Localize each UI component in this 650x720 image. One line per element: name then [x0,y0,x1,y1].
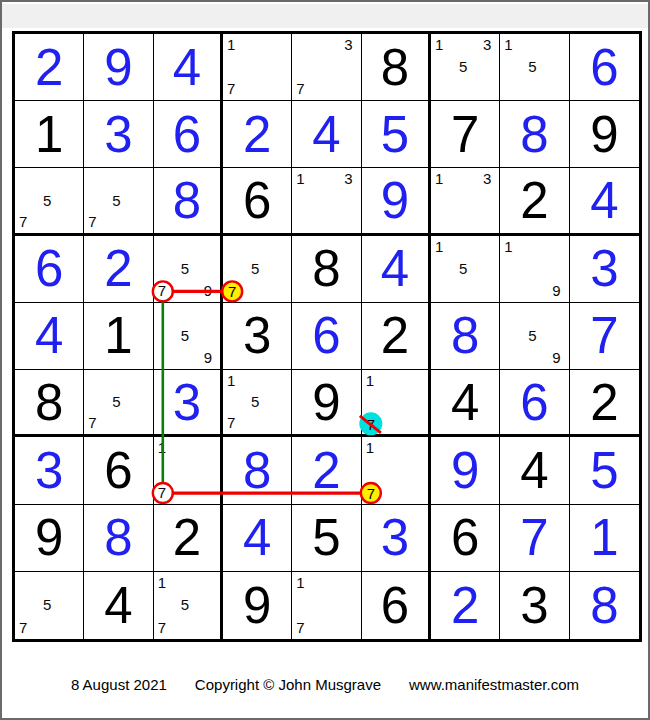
cell-r5c5[interactable]: 6 [292,303,361,370]
cell-r8c4[interactable]: 4 [223,505,292,572]
candidates-r1c4: 17 [223,34,291,100]
solved-digit-r4c9: 3 [590,243,618,294]
given-digit-r4c5: 8 [312,243,340,294]
cell-r2c2[interactable]: 3 [84,101,153,168]
cell-r3c1[interactable]: 57 [15,168,84,235]
cell-r4c8[interactable]: 19 [500,236,569,303]
cell-r9c6[interactable]: 6 [362,572,431,639]
given-digit-r6c7: 4 [451,377,479,428]
pencil-mark-7-r9c5: 7 [296,620,304,635]
pencil-mark-3-r3c5: 3 [344,171,352,186]
pencil-mark-7-r4c3: 7 [158,283,166,298]
solved-digit-r8c8: 7 [520,512,548,563]
pencil-mark-1-r9c3: 1 [158,575,166,590]
candidates-r6c6: 17 [362,370,428,434]
given-digit-r8c7: 6 [451,512,479,563]
given-digit-r3c8: 2 [520,175,548,226]
cell-r8c5[interactable]: 5 [292,505,361,572]
candidates-r4c7: 15 [431,236,499,302]
candidates-r4c4: 57 [223,236,291,302]
given-digit-r5c2: 1 [104,310,132,361]
pencil-mark-5-r4c3: 5 [181,261,189,276]
pencil-mark-5-r9c3: 5 [181,597,189,612]
cell-r6c3[interactable]: 3 [154,370,223,437]
cell-r4c6[interactable]: 4 [362,236,431,303]
cell-r2c4[interactable]: 2 [223,101,292,168]
candidates-r3c1: 57 [15,168,83,232]
cell-r8c1[interactable]: 9 [15,505,84,572]
cell-r4c7[interactable]: 15 [431,236,500,303]
solved-digit-r2c3: 6 [173,109,201,160]
candidates-r3c5: 13 [292,168,360,232]
cell-r7c8[interactable]: 4 [500,437,569,504]
solved-digit-r8c9: 1 [590,512,618,563]
cell-r5c6[interactable]: 2 [362,303,431,370]
candidates-r9c1: 57 [15,572,83,639]
cell-r9c5[interactable]: 17 [292,572,361,639]
candidates-r4c3: 579 [154,236,220,302]
given-digit-r6c1: 8 [35,377,63,428]
solved-digit-r8c6: 3 [381,512,409,563]
cell-r2c6[interactable]: 5 [362,101,431,168]
cell-r3c4[interactable]: 6 [223,168,292,235]
cell-r9c4[interactable]: 9 [223,572,292,639]
cell-r1c8[interactable]: 15 [500,34,569,101]
cell-r6c7[interactable]: 4 [431,370,500,437]
pencil-mark-7-r1c5: 7 [296,81,304,96]
pencil-mark-1-r4c8: 1 [504,239,512,254]
solved-digit-r6c3: 3 [173,377,201,428]
solved-digit-r4c6: 4 [381,243,409,294]
pencil-mark-1-r7c3: 1 [158,440,166,455]
pencil-mark-9-r4c8: 9 [552,283,560,298]
pencil-mark-7-r3c2: 7 [88,214,96,229]
cell-r5c3[interactable]: 59 [154,303,223,370]
cell-r1c4[interactable]: 17 [223,34,292,101]
cell-r2c9[interactable]: 9 [570,101,639,168]
candidates-r7c6: 17 [362,437,428,503]
cell-r4c1[interactable]: 6 [15,236,84,303]
given-digit-r1c6: 8 [381,42,409,93]
cell-r1c2[interactable]: 9 [84,34,153,101]
solved-digit-r5c9: 7 [590,310,618,361]
footer-caption: 8 August 2021 Copyright © John Musgrave … [2,676,648,693]
solved-digit-r1c1: 2 [35,42,63,93]
pencil-mark-1-r1c8: 1 [504,37,512,52]
pencil-mark-7-r1c4: 7 [227,81,235,96]
cell-r5c2[interactable]: 1 [84,303,153,370]
pencil-mark-5-r1c7: 5 [459,59,467,74]
given-digit-r7c2: 6 [104,445,132,496]
solved-digit-r2c6: 5 [381,109,409,160]
given-digit-r2c7: 7 [451,109,479,160]
cell-r8c8[interactable]: 7 [500,505,569,572]
pencil-mark-7-r3c1: 7 [19,214,27,229]
solved-digit-r7c1: 3 [35,445,63,496]
pencil-mark-7-r7c6: 7 [366,485,374,500]
pencil-mark-1-r4c7: 1 [435,239,443,254]
cell-r6c8[interactable]: 6 [500,370,569,437]
solved-digit-r2c2: 3 [104,109,132,160]
pencil-mark-7-r6c6: 7 [366,415,374,430]
pencil-mark-7-r6c4: 7 [227,415,235,430]
solved-digit-r3c3: 8 [173,175,201,226]
cell-r9c1[interactable]: 57 [15,572,84,639]
candidates-r3c7: 13 [431,168,499,232]
solved-digit-r5c1: 4 [35,310,63,361]
cell-r1c5[interactable]: 37 [292,34,361,101]
cell-r3c3[interactable]: 8 [154,168,223,235]
given-digit-r7c8: 4 [520,445,548,496]
given-digit-r2c1: 1 [35,109,63,160]
solved-digit-r7c5: 2 [312,445,340,496]
candidates-r1c5: 37 [292,34,360,100]
solved-digit-r9c9: 8 [590,580,618,631]
solved-digit-r7c4: 8 [243,445,271,496]
solved-digit-r4c1: 6 [35,243,63,294]
pencil-mark-1-r1c4: 1 [227,37,235,52]
cell-r8c2[interactable]: 8 [84,505,153,572]
cell-r9c2[interactable]: 4 [84,572,153,639]
pencil-mark-7-r6c2: 7 [88,415,96,430]
pencil-mark-1-r9c5: 1 [296,575,304,590]
cell-r5c8[interactable]: 59 [500,303,569,370]
pencil-mark-7-r9c3: 7 [158,620,166,635]
solved-digit-r9c7: 2 [451,580,479,631]
pencil-mark-5-r5c3: 5 [181,328,189,343]
cell-r3c9[interactable]: 4 [570,168,639,235]
pencil-mark-5-r4c4: 5 [251,261,259,276]
pencil-mark-1-r3c5: 1 [296,171,304,186]
cell-r1c1[interactable]: 2 [15,34,84,101]
given-digit-r2c9: 9 [590,109,618,160]
candidates-r5c8: 59 [500,303,568,369]
pencil-mark-3-r3c7: 3 [483,171,491,186]
solved-digit-r7c7: 9 [451,445,479,496]
pencil-mark-1-r6c6: 1 [366,373,374,388]
pencil-mark-9-r5c8: 9 [552,350,560,365]
cell-r2c5[interactable]: 4 [292,101,361,168]
pencil-mark-1-r1c7: 1 [435,37,443,52]
footer-website: www.manifestmaster.com [409,676,579,693]
cell-r7c6[interactable]: 17 [362,437,431,504]
cell-r2c3[interactable]: 6 [154,101,223,168]
cell-r8c3[interactable]: 2 [154,505,223,572]
cell-r8c7[interactable]: 6 [431,505,500,572]
solved-digit-r8c2: 8 [104,512,132,563]
solved-digit-r6c8: 6 [520,377,548,428]
solved-digit-r5c7: 8 [451,310,479,361]
given-digit-r3c4: 6 [243,175,271,226]
pencil-mark-1-r6c4: 1 [227,373,235,388]
solved-digit-r1c3: 4 [173,42,201,93]
sudoku-board: 2941737813515613624578957578613913246257… [12,31,642,642]
cell-r5c4[interactable]: 3 [223,303,292,370]
cell-r1c3[interactable]: 4 [154,34,223,101]
cell-r3c6[interactable]: 9 [362,168,431,235]
cell-r5c1[interactable]: 4 [15,303,84,370]
pencil-mark-3-r1c7: 3 [483,37,491,52]
pencil-mark-9-r5c3: 9 [204,350,212,365]
cell-r7c1[interactable]: 3 [15,437,84,504]
solved-digit-r1c9: 6 [590,42,618,93]
candidates-r5c3: 59 [154,303,220,369]
given-digit-r8c1: 9 [35,512,63,563]
candidates-r6c4: 157 [223,370,291,434]
pencil-mark-1-r3c7: 1 [435,171,443,186]
pencil-mark-5-r3c2: 5 [112,193,120,208]
pencil-mark-5-r6c2: 5 [112,394,120,409]
cell-r9c3[interactable]: 157 [154,572,223,639]
candidates-r4c8: 19 [500,236,568,302]
solved-digit-r8c4: 4 [243,512,271,563]
pencil-mark-5-r4c7: 5 [459,261,467,276]
pencil-mark-5-r6c4: 5 [251,394,259,409]
pencil-mark-1-r7c6: 1 [366,440,374,455]
cell-r6c4[interactable]: 157 [223,370,292,437]
cell-r7c3[interactable]: 17 [154,437,223,504]
given-digit-r5c4: 3 [243,310,271,361]
pencil-mark-7-r7c3: 7 [158,485,166,500]
cell-r5c9[interactable]: 7 [570,303,639,370]
cell-r6c9[interactable]: 2 [570,370,639,437]
cell-r3c5[interactable]: 13 [292,168,361,235]
given-digit-r9c6: 6 [381,580,409,631]
cell-r6c1[interactable]: 8 [15,370,84,437]
candidates-r1c8: 15 [500,34,568,100]
candidates-r9c3: 157 [154,572,220,639]
pencil-mark-3-r1c5: 3 [344,37,352,52]
cell-r9c7[interactable]: 2 [431,572,500,639]
solved-digit-r3c9: 4 [590,175,618,226]
cell-r7c2[interactable]: 6 [84,437,153,504]
cell-r2c8[interactable]: 8 [500,101,569,168]
cell-r9c9[interactable]: 8 [570,572,639,639]
candidates-r7c3: 17 [154,437,220,503]
cell-r8c9[interactable]: 1 [570,505,639,572]
candidates-r1c7: 135 [431,34,499,100]
cell-r4c2[interactable]: 2 [84,236,153,303]
cell-r2c1[interactable]: 1 [15,101,84,168]
sudoku-page: 2941737813515613624578957578613913246257… [0,0,650,720]
cell-r4c9[interactable]: 3 [570,236,639,303]
pencil-mark-5-r1c8: 5 [528,59,536,74]
candidates-r9c5: 17 [292,572,360,639]
cell-r3c7[interactable]: 13 [431,168,500,235]
pencil-mark-7-r9c1: 7 [19,620,27,635]
given-digit-r8c3: 2 [173,512,201,563]
cell-r1c6[interactable]: 8 [362,34,431,101]
given-digit-r9c2: 4 [104,580,132,631]
cell-r7c5[interactable]: 2 [292,437,361,504]
cell-r2c7[interactable]: 7 [431,101,500,168]
cell-r6c5[interactable]: 9 [292,370,361,437]
solved-digit-r5c5: 6 [312,310,340,361]
cell-r1c7[interactable]: 135 [431,34,500,101]
pencil-mark-5-r9c1: 5 [43,597,51,612]
header-band [2,4,648,28]
given-digit-r6c5: 9 [312,377,340,428]
cell-r4c5[interactable]: 8 [292,236,361,303]
footer-copyright: Copyright © John Musgrave [195,676,381,693]
cell-r6c2[interactable]: 57 [84,370,153,437]
cell-r4c3[interactable]: 579 [154,236,223,303]
candidates-r3c2: 57 [84,168,152,232]
given-digit-r8c5: 5 [312,512,340,563]
solved-digit-r2c4: 2 [243,109,271,160]
solved-digit-r3c6: 9 [381,175,409,226]
pencil-mark-7-r4c4: 7 [227,283,235,298]
cell-r6c6[interactable]: 17 [362,370,431,437]
pencil-mark-5-r5c8: 5 [528,328,536,343]
pencil-mark-9-r4c3: 9 [204,283,212,298]
solved-digit-r4c2: 2 [104,243,132,294]
given-digit-r9c4: 9 [243,580,271,631]
pencil-mark-5-r3c1: 5 [43,193,51,208]
solved-digit-r2c8: 8 [520,109,548,160]
cell-r3c8[interactable]: 2 [500,168,569,235]
solved-digit-r2c5: 4 [312,109,340,160]
footer-date: 8 August 2021 [71,676,167,693]
cell-r3c2[interactable]: 57 [84,168,153,235]
given-digit-r6c9: 2 [590,377,618,428]
given-digit-r9c8: 3 [520,580,548,631]
candidates-r6c2: 57 [84,370,152,434]
cell-r9c8[interactable]: 3 [500,572,569,639]
solved-digit-r1c2: 9 [104,42,132,93]
cell-r8c6[interactable]: 3 [362,505,431,572]
cell-r7c4[interactable]: 8 [223,437,292,504]
cell-r4c4[interactable]: 57 [223,236,292,303]
cell-r7c9[interactable]: 5 [570,437,639,504]
given-digit-r5c6: 2 [381,310,409,361]
cell-r1c9[interactable]: 6 [570,34,639,101]
cell-r7c7[interactable]: 9 [431,437,500,504]
cell-r5c7[interactable]: 8 [431,303,500,370]
solved-digit-r7c9: 5 [590,445,618,496]
